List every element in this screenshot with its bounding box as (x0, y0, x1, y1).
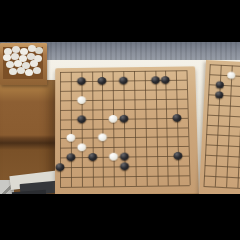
grid-line (207, 124, 240, 132)
black-stone (88, 153, 97, 161)
letterbox-bottom (0, 194, 240, 240)
black-stone (119, 114, 128, 122)
white-stone (109, 115, 118, 123)
white-stone (227, 72, 235, 79)
stone-box (0, 43, 47, 85)
grid-line (208, 104, 240, 112)
grid-line (204, 176, 240, 184)
black-stone (77, 115, 86, 123)
main-go-board (55, 66, 199, 194)
main-board-grid (60, 70, 190, 187)
grid-line (60, 185, 190, 188)
grid-line (207, 114, 240, 122)
white-stone (77, 144, 86, 152)
grid-line (206, 145, 240, 153)
grid-line (209, 74, 240, 82)
letterbox-top (0, 0, 240, 42)
black-stone (119, 77, 128, 85)
black-stone (56, 163, 65, 171)
white-stones-in-box (4, 48, 12, 55)
black-stone (161, 76, 170, 84)
white-stone (66, 134, 75, 142)
black-stone (66, 154, 75, 162)
black-stone (77, 77, 86, 85)
white-stone (98, 134, 107, 142)
grid-line (210, 64, 240, 72)
grid-line (205, 155, 240, 163)
grid-line (206, 134, 240, 142)
black-stone (120, 153, 129, 161)
screenshot-root (0, 0, 240, 240)
black-stone (120, 163, 129, 171)
white-stone (109, 153, 118, 161)
black-stone (151, 76, 160, 84)
black-stone (174, 152, 183, 160)
grid-line (203, 186, 240, 194)
white-stone (77, 96, 86, 104)
right-board-grid (203, 64, 240, 193)
black-stone (98, 77, 107, 85)
right-go-board (199, 60, 240, 194)
grid-line (205, 165, 240, 173)
photo-area (0, 42, 240, 194)
black-stone (173, 114, 182, 122)
black-stone (215, 81, 223, 88)
black-stone (215, 91, 223, 98)
grid-line (186, 70, 190, 185)
grid-line (209, 84, 240, 92)
grid-line (208, 94, 240, 102)
